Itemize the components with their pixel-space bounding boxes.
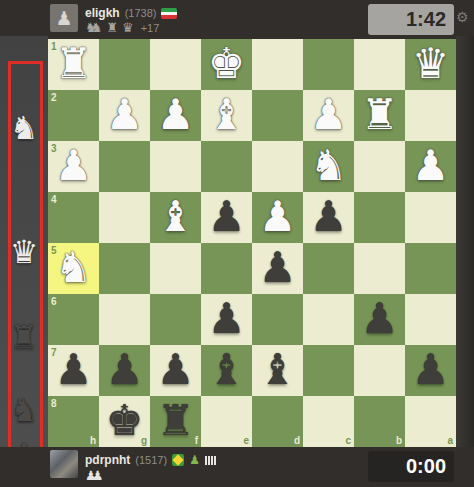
- white-pawn[interactable]: ♟: [252, 192, 303, 243]
- square-d4[interactable]: ♟: [252, 192, 303, 243]
- material-advantage: +17: [141, 22, 160, 34]
- square-h7[interactable]: 7♟: [48, 345, 99, 396]
- bottom-player-nameline: pdrpnht (1517) ♟: [85, 453, 216, 467]
- black-pawn[interactable]: ♟: [354, 294, 405, 345]
- square-b4[interactable]: [354, 192, 405, 243]
- black-pawn[interactable]: ♟: [405, 345, 456, 396]
- square-d8[interactable]: d: [252, 396, 303, 447]
- top-player-clock: 1:42: [368, 4, 454, 35]
- iran-flag-icon: [161, 8, 177, 19]
- rank-label: 2: [51, 92, 57, 103]
- file-label: e: [243, 435, 249, 446]
- square-a5[interactable]: [405, 243, 456, 294]
- square-g5[interactable]: [99, 243, 150, 294]
- square-a4[interactable]: [405, 192, 456, 243]
- captured-queen-icon: ♛: [122, 21, 134, 34]
- square-c7[interactable]: [303, 345, 354, 396]
- palette-black-knight[interactable]: ♞: [6, 392, 42, 428]
- black-pawn[interactable]: ♟: [252, 243, 303, 294]
- white-rook[interactable]: ♜: [48, 39, 99, 90]
- white-pawn[interactable]: ♟: [48, 141, 99, 192]
- bottom-player-clock: 0:00: [368, 451, 454, 482]
- square-c6[interactable]: [303, 294, 354, 345]
- black-bishop[interactable]: ♝: [201, 345, 252, 396]
- square-e8[interactable]: e: [201, 396, 252, 447]
- white-pawn[interactable]: ♟: [405, 141, 456, 192]
- square-b5[interactable]: [354, 243, 405, 294]
- file-label: b: [396, 435, 402, 446]
- bottom-player-rating: (1517): [135, 454, 167, 466]
- chess-app: ♟ eligkh (1738) ♞♞ ♜ ♛ +17 1:42 ⚙ ♞ ♛ ♜ …: [0, 0, 474, 487]
- square-e4[interactable]: ♟: [201, 192, 252, 243]
- top-player-name[interactable]: eligkh: [85, 6, 120, 20]
- black-pawn[interactable]: ♟: [99, 345, 150, 396]
- square-g3[interactable]: [99, 141, 150, 192]
- square-a1[interactable]: ♛: [405, 39, 456, 90]
- square-g6[interactable]: [99, 294, 150, 345]
- black-pawn[interactable]: ♟: [48, 345, 99, 396]
- avatar[interactable]: ♟: [50, 4, 78, 32]
- black-pawn[interactable]: ♟: [201, 294, 252, 345]
- flair-pawn-icon: ♟: [189, 454, 200, 466]
- square-f7[interactable]: ♟: [150, 345, 201, 396]
- square-g7[interactable]: ♟: [99, 345, 150, 396]
- connection-bars-icon: [205, 456, 216, 465]
- rank-label: 6: [51, 296, 57, 307]
- board-right-gutter: [456, 36, 474, 447]
- square-d7[interactable]: ♝: [252, 345, 303, 396]
- black-bishop[interactable]: ♝: [252, 345, 303, 396]
- file-label: d: [294, 435, 300, 446]
- square-h2[interactable]: 2: [48, 90, 99, 141]
- bottom-player-name[interactable]: pdrpnht: [85, 453, 130, 467]
- square-d6[interactable]: [252, 294, 303, 345]
- black-pawn[interactable]: ♟: [201, 192, 252, 243]
- square-f4[interactable]: ♝: [150, 192, 201, 243]
- square-e3[interactable]: [201, 141, 252, 192]
- square-d2[interactable]: [252, 90, 303, 141]
- black-pawn[interactable]: ♟: [303, 192, 354, 243]
- square-b2[interactable]: ♜: [354, 90, 405, 141]
- bottom-player-bar: pdrpnht (1517) ♟ ♟♟ 0:00: [0, 447, 474, 487]
- palette-black-rook[interactable]: ♜: [6, 319, 42, 355]
- top-player-rating: (1738): [125, 7, 157, 19]
- palette-white-knight[interactable]: ♞: [6, 110, 42, 146]
- white-rook[interactable]: ♜: [354, 90, 405, 141]
- square-b3[interactable]: [354, 141, 405, 192]
- square-f5[interactable]: [150, 243, 201, 294]
- square-e2[interactable]: ♝: [201, 90, 252, 141]
- square-e7[interactable]: ♝: [201, 345, 252, 396]
- square-a6[interactable]: [405, 294, 456, 345]
- square-c5[interactable]: [303, 243, 354, 294]
- square-g4[interactable]: [99, 192, 150, 243]
- square-d3[interactable]: [252, 141, 303, 192]
- top-captured-pieces: ♞♞ ♜ ♛ +17: [85, 21, 159, 34]
- black-rook[interactable]: ♜: [150, 396, 201, 447]
- square-h8[interactable]: 8h: [48, 396, 99, 447]
- square-e5[interactable]: [201, 243, 252, 294]
- square-g8[interactable]: g♚: [99, 396, 150, 447]
- square-d5[interactable]: ♟: [252, 243, 303, 294]
- rank-label: 4: [51, 194, 57, 205]
- square-d1[interactable]: [252, 39, 303, 90]
- square-h6[interactable]: 6: [48, 294, 99, 345]
- white-knight[interactable]: ♞: [48, 243, 99, 294]
- square-g2[interactable]: ♟: [99, 90, 150, 141]
- square-h3[interactable]: 3♟: [48, 141, 99, 192]
- file-label: c: [345, 435, 351, 446]
- file-label: h: [90, 435, 96, 446]
- captured-pawns-icon: ♟♟: [85, 468, 103, 483]
- square-h1[interactable]: 1♜: [48, 39, 99, 90]
- square-a3[interactable]: ♟: [405, 141, 456, 192]
- black-king[interactable]: ♚: [99, 396, 150, 447]
- white-bishop[interactable]: ♝: [150, 192, 201, 243]
- square-a7[interactable]: ♟: [405, 345, 456, 396]
- white-king[interactable]: ♚: [201, 39, 252, 90]
- square-c1[interactable]: [303, 39, 354, 90]
- white-pawn[interactable]: ♟: [150, 90, 201, 141]
- brazil-flag-icon: [172, 454, 184, 466]
- white-pawn[interactable]: ♟: [99, 90, 150, 141]
- square-e6[interactable]: ♟: [201, 294, 252, 345]
- rank-label: 8: [51, 398, 57, 409]
- captured-knights-icon: ♞♞: [85, 21, 96, 34]
- square-a8[interactable]: a: [405, 396, 456, 447]
- square-c8[interactable]: c: [303, 396, 354, 447]
- square-b7[interactable]: [354, 345, 405, 396]
- white-bishop[interactable]: ♝: [201, 90, 252, 141]
- square-a2[interactable]: [405, 90, 456, 141]
- square-c4[interactable]: ♟: [303, 192, 354, 243]
- square-e1[interactable]: ♚: [201, 39, 252, 90]
- square-f1[interactable]: [150, 39, 201, 90]
- black-pawn[interactable]: ♟: [150, 345, 201, 396]
- square-c3[interactable]: ♞: [303, 141, 354, 192]
- avatar[interactable]: [50, 450, 78, 478]
- top-player-bar: ♟ eligkh (1738) ♞♞ ♜ ♛ +17 1:42 ⚙: [0, 0, 474, 39]
- square-b8[interactable]: b: [354, 396, 405, 447]
- white-pawn[interactable]: ♟: [303, 90, 354, 141]
- square-h4[interactable]: 4: [48, 192, 99, 243]
- palette-white-queen[interactable]: ♛: [6, 234, 42, 270]
- file-label: a: [447, 435, 453, 446]
- board: 1♜♚♛2♟♟♝♟♜3♟♞♟4♝♟♟♟5♞♟6♟♟7♟♟♟♝♝♟8hg♚f♜ed…: [48, 39, 456, 447]
- square-b1[interactable]: [354, 39, 405, 90]
- square-b6[interactable]: ♟: [354, 294, 405, 345]
- white-knight[interactable]: ♞: [303, 141, 354, 192]
- captured-rook-icon: ♜: [106, 21, 118, 34]
- square-c2[interactable]: ♟: [303, 90, 354, 141]
- gear-icon[interactable]: ⚙: [456, 9, 469, 25]
- bottom-captured-pieces: ♟♟: [85, 469, 103, 482]
- square-f2[interactable]: ♟: [150, 90, 201, 141]
- piece-palette-sidebar: ♞ ♛ ♜ ♞ ♟: [0, 36, 48, 447]
- square-f3[interactable]: [150, 141, 201, 192]
- white-queen[interactable]: ♛: [405, 39, 456, 90]
- square-g1[interactable]: [99, 39, 150, 90]
- square-f8[interactable]: f♜: [150, 396, 201, 447]
- square-h5[interactable]: 5♞: [48, 243, 99, 294]
- square-f6[interactable]: [150, 294, 201, 345]
- top-player-nameline: eligkh (1738): [85, 6, 177, 20]
